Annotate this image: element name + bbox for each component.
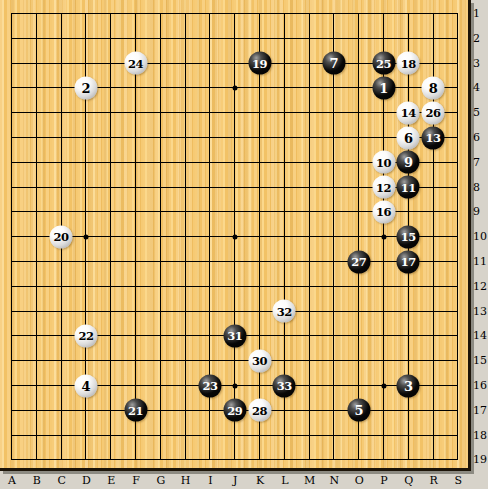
column-label-A: A — [2, 473, 22, 489]
stone-white-move-30[interactable]: 30 — [248, 349, 271, 372]
row-label-1: 1 — [473, 7, 488, 21]
hoshi-point-P10 — [381, 234, 386, 239]
column-label-Q: Q — [399, 473, 419, 489]
row-label-9: 9 — [473, 205, 488, 219]
stone-black-move-27[interactable]: 27 — [347, 250, 370, 273]
stone-white-move-32[interactable]: 32 — [273, 300, 296, 323]
grid-line-horizontal — [11, 311, 458, 312]
grid-line-horizontal — [11, 286, 458, 287]
grid-line-vertical — [259, 13, 260, 460]
stone-white-move-12[interactable]: 12 — [372, 176, 395, 199]
row-label-3: 3 — [473, 57, 488, 71]
stone-black-move-3[interactable]: 3 — [397, 374, 420, 397]
row-label-2: 2 — [473, 32, 488, 46]
column-label-L: L — [275, 473, 295, 489]
stone-black-move-19[interactable]: 19 — [248, 52, 271, 75]
row-label-15: 15 — [473, 354, 488, 368]
column-label-O: O — [349, 473, 369, 489]
grid-line-horizontal — [11, 459, 458, 460]
column-label-K: K — [250, 473, 270, 489]
column-label-G: G — [151, 473, 171, 489]
stone-black-move-17[interactable]: 17 — [397, 250, 420, 273]
row-label-8: 8 — [473, 181, 488, 195]
stone-black-move-13[interactable]: 13 — [422, 126, 445, 149]
hoshi-point-J4 — [232, 85, 237, 90]
row-label-13: 13 — [473, 305, 488, 319]
stone-black-move-1[interactable]: 1 — [372, 76, 395, 99]
stone-white-move-16[interactable]: 16 — [372, 200, 395, 223]
grid-line-vertical — [309, 13, 310, 460]
stone-black-move-7[interactable]: 7 — [322, 52, 345, 75]
row-label-10: 10 — [473, 230, 488, 244]
go-board[interactable]: 1234567891011121314151617181920212223242… — [0, 0, 471, 471]
column-label-F: F — [126, 473, 146, 489]
grid-line-horizontal — [11, 435, 458, 436]
grid-line-vertical — [333, 13, 334, 460]
stone-black-move-15[interactable]: 15 — [397, 225, 420, 248]
column-label-E: E — [101, 473, 121, 489]
stone-white-move-14[interactable]: 14 — [397, 101, 420, 124]
row-label-18: 18 — [473, 429, 488, 443]
row-label-16: 16 — [473, 379, 488, 393]
row-label-7: 7 — [473, 156, 488, 170]
row-label-4: 4 — [473, 81, 488, 95]
column-label-N: N — [324, 473, 344, 489]
stone-black-move-21[interactable]: 21 — [124, 399, 147, 422]
stone-white-move-18[interactable]: 18 — [397, 52, 420, 75]
row-label-17: 17 — [473, 404, 488, 418]
column-label-M: M — [300, 473, 320, 489]
column-label-H: H — [176, 473, 196, 489]
stone-black-move-11[interactable]: 11 — [397, 176, 420, 199]
stone-white-move-26[interactable]: 26 — [422, 101, 445, 124]
row-label-12: 12 — [473, 280, 488, 294]
stone-white-move-2[interactable]: 2 — [74, 76, 97, 99]
column-label-P: P — [374, 473, 394, 489]
stone-white-move-28[interactable]: 28 — [248, 399, 271, 422]
row-label-5: 5 — [473, 106, 488, 120]
stone-black-move-33[interactable]: 33 — [273, 374, 296, 397]
column-label-R: R — [424, 473, 444, 489]
stone-white-move-24[interactable]: 24 — [124, 52, 147, 75]
column-label-I: I — [200, 473, 220, 489]
hoshi-point-P16 — [381, 383, 386, 388]
grid-line-vertical — [457, 13, 458, 460]
stone-black-move-23[interactable]: 23 — [198, 374, 221, 397]
column-label-B: B — [27, 473, 47, 489]
row-label-19: 19 — [473, 453, 488, 467]
stone-black-move-31[interactable]: 31 — [223, 324, 246, 347]
hoshi-point-J16 — [232, 383, 237, 388]
grid-line-horizontal — [11, 360, 458, 361]
stone-white-move-22[interactable]: 22 — [74, 324, 97, 347]
stone-white-move-6[interactable]: 6 — [397, 126, 420, 149]
column-label-C: C — [52, 473, 72, 489]
column-label-J: J — [225, 473, 245, 489]
row-label-6: 6 — [473, 131, 488, 145]
stone-white-move-20[interactable]: 20 — [50, 225, 73, 248]
stone-black-move-9[interactable]: 9 — [397, 151, 420, 174]
grid-line-vertical — [358, 13, 359, 460]
grid-line-horizontal — [11, 261, 458, 262]
stone-black-move-25[interactable]: 25 — [372, 52, 395, 75]
stone-white-move-8[interactable]: 8 — [422, 76, 445, 99]
row-label-11: 11 — [473, 255, 488, 269]
stone-white-move-4[interactable]: 4 — [74, 374, 97, 397]
stone-black-move-29[interactable]: 29 — [223, 399, 246, 422]
stone-black-move-5[interactable]: 5 — [347, 399, 370, 422]
stone-white-move-10[interactable]: 10 — [372, 151, 395, 174]
go-diagram: 1234567891011121314151617181920212223242… — [0, 0, 488, 489]
hoshi-point-J10 — [232, 234, 237, 239]
hoshi-point-D10 — [83, 234, 88, 239]
column-label-S: S — [448, 473, 468, 489]
row-label-14: 14 — [473, 329, 488, 343]
column-label-D: D — [76, 473, 96, 489]
